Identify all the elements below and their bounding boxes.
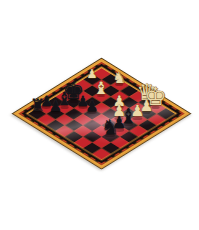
piece-black-pawn[interactable]: ♟ [85,99,98,114]
piece-black-rook[interactable]: ♜ [30,97,45,114]
piece-white-bishop[interactable]: ♝ [93,80,108,97]
piece-black-pawn[interactable]: ♟ [49,99,62,114]
piece-black-knight[interactable]: ♞ [101,117,119,137]
chess-set-photo: ♞♛♚♟♟♝♟♟♟♝♚♟♟♟♝♞♟♟♜ [0,0,199,230]
piece-white-knight[interactable]: ♞ [112,71,126,86]
